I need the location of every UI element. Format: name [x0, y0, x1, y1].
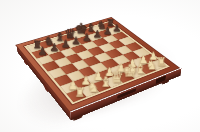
square-e4 — [94, 52, 112, 62]
piece-black-pawn-e7: ♟ — [81, 32, 93, 42]
piece-white-rook-a1: ♜ — [72, 86, 87, 99]
hinge-knob — [23, 56, 27, 66]
board-foot — [73, 114, 82, 121]
piece-black-pawn-f7: ♟ — [91, 29, 103, 39]
piece-black-pawn-c7: ♟ — [59, 39, 71, 49]
piece-black-pawn-a7: ♟ — [36, 46, 49, 57]
piece-white-knight-b1: ♞ — [85, 80, 100, 94]
piece-black-pawn-b7: ♟ — [48, 42, 61, 52]
chess-set-photo: ♜♞♝♛♚♝♞♜♟♟♟♟♟♟♟♟♟♟♟♟♟♟♟♟♜♞♝♛♚♝♞♜ — [0, 0, 200, 132]
